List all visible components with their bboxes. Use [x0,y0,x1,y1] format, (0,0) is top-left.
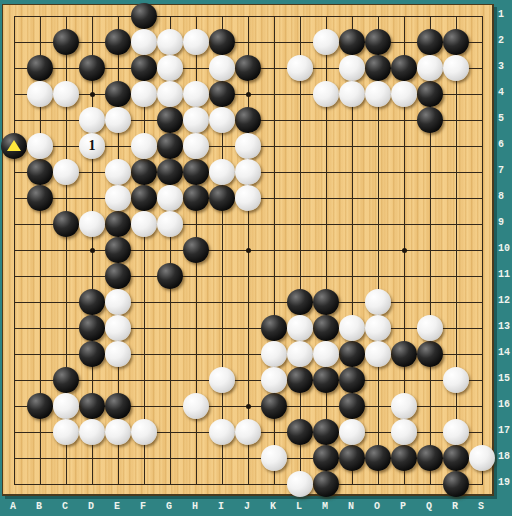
row-label: 17 [498,423,512,439]
col-label: G [161,498,177,516]
stone-black [105,211,131,237]
stone-white [417,55,443,81]
stone-white [131,81,157,107]
stone-white [27,133,53,159]
stone-black [365,445,391,471]
col-label: D [83,498,99,516]
stone-black [157,159,183,185]
stone-black [27,185,53,211]
grid-line [14,276,483,277]
stone-black [417,81,443,107]
stone-black [443,471,469,497]
grid-line [456,16,457,485]
stone-white [183,393,209,419]
stone-white [261,341,287,367]
stone-white [131,211,157,237]
stone-black [157,107,183,133]
row-label: 3 [498,59,512,75]
stone-white [339,81,365,107]
stone-white [287,315,313,341]
col-label: C [57,498,73,516]
stone-white [53,159,79,185]
stone-white [105,289,131,315]
stone-white [53,419,79,445]
stone-black [417,107,443,133]
stone-white [235,159,261,185]
row-label: 14 [498,345,512,361]
stone-white [105,341,131,367]
stone-black [27,393,53,419]
stone-black [79,315,105,341]
stone-black [183,237,209,263]
stone-white [131,133,157,159]
stone-white [365,81,391,107]
stone-white [183,81,209,107]
stone-black [391,445,417,471]
stone-white [339,315,365,341]
stone-black [157,133,183,159]
col-label: P [395,498,411,516]
stone-black [79,341,105,367]
stone-black [209,81,235,107]
stone-black [287,367,313,393]
stone-white [235,133,261,159]
col-label: R [447,498,463,516]
stone-white [79,211,105,237]
stone-white [79,419,105,445]
row-label: 7 [498,163,512,179]
stone-black [443,29,469,55]
stone-white [157,29,183,55]
col-label: M [317,498,333,516]
stone-black [313,445,339,471]
stone-white [443,55,469,81]
stone-black [131,3,157,29]
triangle-marker [7,140,21,151]
stone-black [417,29,443,55]
stone-black [339,341,365,367]
stone-white [27,81,53,107]
stone-white [417,315,443,341]
stone-white [157,211,183,237]
stone-white [261,367,287,393]
stone-white [105,159,131,185]
star-point [246,248,251,253]
stone-white [313,341,339,367]
col-label: E [109,498,125,516]
stone-white [287,341,313,367]
stone-white [235,419,261,445]
row-label: 15 [498,371,512,387]
stone-black [27,159,53,185]
star-point [246,404,251,409]
stone-white [105,185,131,211]
stone-black [287,419,313,445]
row-label: 1 [498,7,512,23]
stone-black [131,159,157,185]
stone-white [287,471,313,497]
stone-black [105,393,131,419]
col-label: H [187,498,203,516]
stone-black [105,263,131,289]
stone-white [157,185,183,211]
stone-white [365,315,391,341]
move-number-label: 1 [79,133,105,159]
row-label: 16 [498,397,512,413]
row-label: 18 [498,449,512,465]
row-label: 4 [498,85,512,101]
stone-white [131,29,157,55]
col-label: O [369,498,385,516]
col-label: I [213,498,229,516]
row-label: 13 [498,319,512,335]
stone-black [53,211,79,237]
stone-black [261,315,287,341]
star-point [90,92,95,97]
stone-white [391,81,417,107]
go-board[interactable]: 1 [2,4,494,496]
col-label: K [265,498,281,516]
stone-white [209,419,235,445]
row-label: 5 [498,111,512,127]
row-label: 11 [498,267,512,283]
stone-black [79,55,105,81]
stone-black [313,471,339,497]
grid-line [300,16,301,485]
stone-white [365,341,391,367]
row-label: 19 [498,475,512,491]
stone-white [469,445,495,471]
stone-black [313,289,339,315]
stone-black [443,445,469,471]
stone-white [391,419,417,445]
stone-black [339,367,365,393]
grid-line [482,16,483,485]
stone-black [235,55,261,81]
stone-white [209,55,235,81]
col-label: A [5,498,21,516]
stone-black [417,445,443,471]
col-label: Q [421,498,437,516]
stone-black [261,393,287,419]
stone-black [53,367,79,393]
stone-white [157,55,183,81]
stone-white [79,107,105,133]
stone-white [105,315,131,341]
stone-black [339,393,365,419]
stone-black [105,81,131,107]
grid-line [14,380,483,381]
stone-white [183,29,209,55]
stone-black [365,29,391,55]
col-label: J [239,498,255,516]
stone-white [209,367,235,393]
row-label: 2 [498,33,512,49]
stone-white [131,419,157,445]
stone-white [339,55,365,81]
stone-black [79,393,105,419]
col-label: L [291,498,307,516]
row-label: 12 [498,293,512,309]
stone-white [209,159,235,185]
stone-white [53,393,79,419]
stone-black [105,29,131,55]
stone-white [339,419,365,445]
stone-white [261,445,287,471]
stone-white [183,133,209,159]
stone-black [313,419,339,445]
grid-line [14,484,483,485]
stone-white [183,107,209,133]
stone-white [235,185,261,211]
stone-black [313,315,339,341]
stone-white [157,81,183,107]
row-label: 8 [498,189,512,205]
stone-black [313,367,339,393]
row-label: 10 [498,241,512,257]
stone-black [209,29,235,55]
row-label: 6 [498,137,512,153]
stone-black [365,55,391,81]
star-point [402,248,407,253]
stone-black [79,289,105,315]
stone-white [53,81,79,107]
row-label: 9 [498,215,512,231]
stone-white [105,419,131,445]
stone-black [417,341,443,367]
col-label: N [343,498,359,516]
stone-black [209,185,235,211]
stone-black [183,159,209,185]
stone-white [313,81,339,107]
stone-black [131,185,157,211]
stone-black [27,55,53,81]
stone-black [157,263,183,289]
stone-white [391,393,417,419]
stone-black [287,289,313,315]
col-label: F [135,498,151,516]
stone-black [339,29,365,55]
stone-white [443,419,469,445]
star-point [90,248,95,253]
stone-black [235,107,261,133]
stone-black [391,341,417,367]
stone-white [313,29,339,55]
stone-black [131,55,157,81]
stone-white [287,55,313,81]
stone-black [105,237,131,263]
go-game-screenshot: 1 ABCDEFGHIJKLMNOPQRS1234567891011121314… [0,0,512,516]
col-label: S [473,498,489,516]
stone-black [339,445,365,471]
stone-black [53,29,79,55]
stone-black [391,55,417,81]
stone-black [183,185,209,211]
stone-white [209,107,235,133]
star-point [246,92,251,97]
stone-white [105,107,131,133]
stone-white [443,367,469,393]
stone-white [365,289,391,315]
col-label: B [31,498,47,516]
